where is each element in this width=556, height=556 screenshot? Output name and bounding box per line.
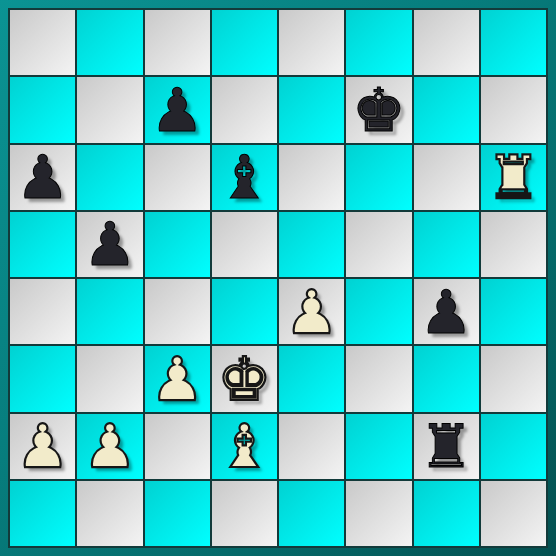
square-f7[interactable]: ♚ [346, 77, 411, 142]
square-a1[interactable] [10, 481, 75, 546]
square-h7[interactable] [481, 77, 546, 142]
square-h1[interactable] [481, 481, 546, 546]
white-rook[interactable]: ♜ [486, 147, 540, 207]
square-g7[interactable] [414, 77, 479, 142]
square-a5[interactable] [10, 212, 75, 277]
square-b5[interactable]: ♟ [77, 212, 142, 277]
white-pawn[interactable]: ♟ [285, 282, 339, 342]
square-f2[interactable] [346, 414, 411, 479]
square-h3[interactable] [481, 346, 546, 411]
square-e8[interactable] [279, 10, 344, 75]
square-b7[interactable] [77, 77, 142, 142]
square-b4[interactable] [77, 279, 142, 344]
square-h8[interactable] [481, 10, 546, 75]
square-h6[interactable]: ♜ [481, 145, 546, 210]
square-f3[interactable] [346, 346, 411, 411]
black-king[interactable]: ♚ [352, 80, 406, 140]
square-c6[interactable] [145, 145, 210, 210]
square-f4[interactable] [346, 279, 411, 344]
black-bishop[interactable]: ♝ [217, 147, 271, 207]
square-b6[interactable] [77, 145, 142, 210]
square-d4[interactable] [212, 279, 277, 344]
square-c4[interactable] [145, 279, 210, 344]
white-bishop[interactable]: ♝ [217, 416, 271, 476]
square-a6[interactable]: ♟ [10, 145, 75, 210]
square-f5[interactable] [346, 212, 411, 277]
square-a8[interactable] [10, 10, 75, 75]
square-h2[interactable] [481, 414, 546, 479]
square-c1[interactable] [145, 481, 210, 546]
square-c8[interactable] [145, 10, 210, 75]
square-e5[interactable] [279, 212, 344, 277]
square-f8[interactable] [346, 10, 411, 75]
square-g4[interactable]: ♟ [414, 279, 479, 344]
white-king[interactable]: ♚ [217, 349, 271, 409]
square-b8[interactable] [77, 10, 142, 75]
square-g1[interactable] [414, 481, 479, 546]
chess-board: ♟♚♟♝♜♟♟♟♟♚♟♟♝♜ [8, 8, 548, 548]
square-d5[interactable] [212, 212, 277, 277]
chess-board-frame: ♟♚♟♝♜♟♟♟♟♚♟♟♝♜ [0, 0, 556, 556]
square-b1[interactable] [77, 481, 142, 546]
square-c7[interactable]: ♟ [145, 77, 210, 142]
square-b3[interactable] [77, 346, 142, 411]
square-b2[interactable]: ♟ [77, 414, 142, 479]
square-d6[interactable]: ♝ [212, 145, 277, 210]
square-d1[interactable] [212, 481, 277, 546]
square-e2[interactable] [279, 414, 344, 479]
white-pawn[interactable]: ♟ [150, 349, 204, 409]
square-g3[interactable] [414, 346, 479, 411]
black-pawn[interactable]: ♟ [83, 214, 137, 274]
square-h4[interactable] [481, 279, 546, 344]
square-g2[interactable]: ♜ [414, 414, 479, 479]
square-a4[interactable] [10, 279, 75, 344]
square-g6[interactable] [414, 145, 479, 210]
square-g8[interactable] [414, 10, 479, 75]
black-pawn[interactable]: ♟ [419, 282, 473, 342]
black-pawn[interactable]: ♟ [150, 80, 204, 140]
square-d8[interactable] [212, 10, 277, 75]
black-rook[interactable]: ♜ [419, 416, 473, 476]
square-c2[interactable] [145, 414, 210, 479]
square-d7[interactable] [212, 77, 277, 142]
square-g5[interactable] [414, 212, 479, 277]
square-d2[interactable]: ♝ [212, 414, 277, 479]
square-e6[interactable] [279, 145, 344, 210]
square-f6[interactable] [346, 145, 411, 210]
square-f1[interactable] [346, 481, 411, 546]
square-e7[interactable] [279, 77, 344, 142]
square-a3[interactable] [10, 346, 75, 411]
square-d3[interactable]: ♚ [212, 346, 277, 411]
square-c3[interactable]: ♟ [145, 346, 210, 411]
black-pawn[interactable]: ♟ [16, 147, 70, 207]
white-pawn[interactable]: ♟ [16, 416, 70, 476]
square-a2[interactable]: ♟ [10, 414, 75, 479]
square-e1[interactable] [279, 481, 344, 546]
square-e4[interactable]: ♟ [279, 279, 344, 344]
square-e3[interactable] [279, 346, 344, 411]
square-a7[interactable] [10, 77, 75, 142]
white-pawn[interactable]: ♟ [83, 416, 137, 476]
square-h5[interactable] [481, 212, 546, 277]
square-c5[interactable] [145, 212, 210, 277]
